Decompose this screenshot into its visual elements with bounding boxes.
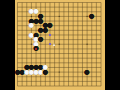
marker-triangle: [52, 42, 57, 47]
dot-marker-icon: [35, 48, 37, 50]
stones-layer: ●●●●●●●●●●●●●●●●●●●●●●●●●●●●●●●: [15, 0, 103, 88]
letterbox-right: [105, 0, 120, 90]
stone-black[interactable]: ●: [85, 70, 90, 75]
screenshot-frame: ●●●●●●●●●●●●●●●●●●●●●●●●●●●●●●●: [0, 0, 120, 90]
letterbox-left: [0, 0, 15, 90]
stone-black[interactable]: ●: [89, 14, 94, 19]
stone-black[interactable]: ●: [43, 70, 48, 75]
stone-white[interactable]: ●: [29, 23, 34, 28]
go-board[interactable]: ●●●●●●●●●●●●●●●●●●●●●●●●●●●●●●●: [15, 0, 105, 90]
marker-square: [48, 33, 53, 38]
square-marker-icon: [49, 34, 52, 37]
stone-black[interactable]: ●: [48, 23, 53, 28]
white-stone-glyph: ●: [29, 23, 35, 28]
square-marker-icon: [49, 43, 52, 46]
black-stone-glyph: ●: [42, 70, 48, 75]
black-stone-glyph: ●: [84, 70, 90, 75]
black-stone-glyph: ●: [89, 14, 95, 19]
triangle-marker-icon: [53, 43, 55, 46]
marker-dot: [34, 46, 39, 51]
